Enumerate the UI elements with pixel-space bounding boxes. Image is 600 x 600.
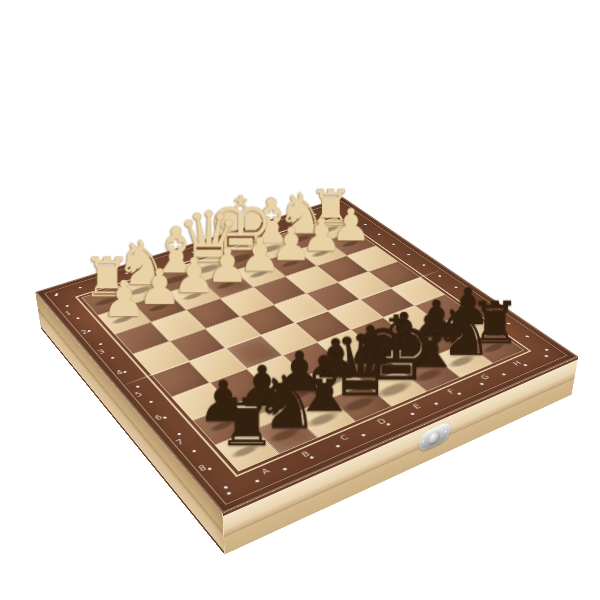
product-photo-scene: 12345678 ABCDEFGH ♜♞♝♛♚♝♞♜♟♟♟♟♟♟♟♟♟♟♟♟♟♟…	[0, 0, 600, 600]
chess-board: 12345678 ABCDEFGH ♜♞♝♛♚♝♞♜♟♟♟♟♟♟♟♟♟♟♟♟♟♟…	[35, 197, 578, 513]
piece-white-pawn: ♟	[102, 274, 147, 324]
piece-black-rook: ♜	[217, 390, 276, 456]
board-top-surface: 12345678 ABCDEFGH ♜♞♝♛♚♝♞♜♟♟♟♟♟♟♟♟♟♟♟♟♟♟…	[35, 197, 578, 513]
metal-clasp-icon	[418, 420, 451, 453]
